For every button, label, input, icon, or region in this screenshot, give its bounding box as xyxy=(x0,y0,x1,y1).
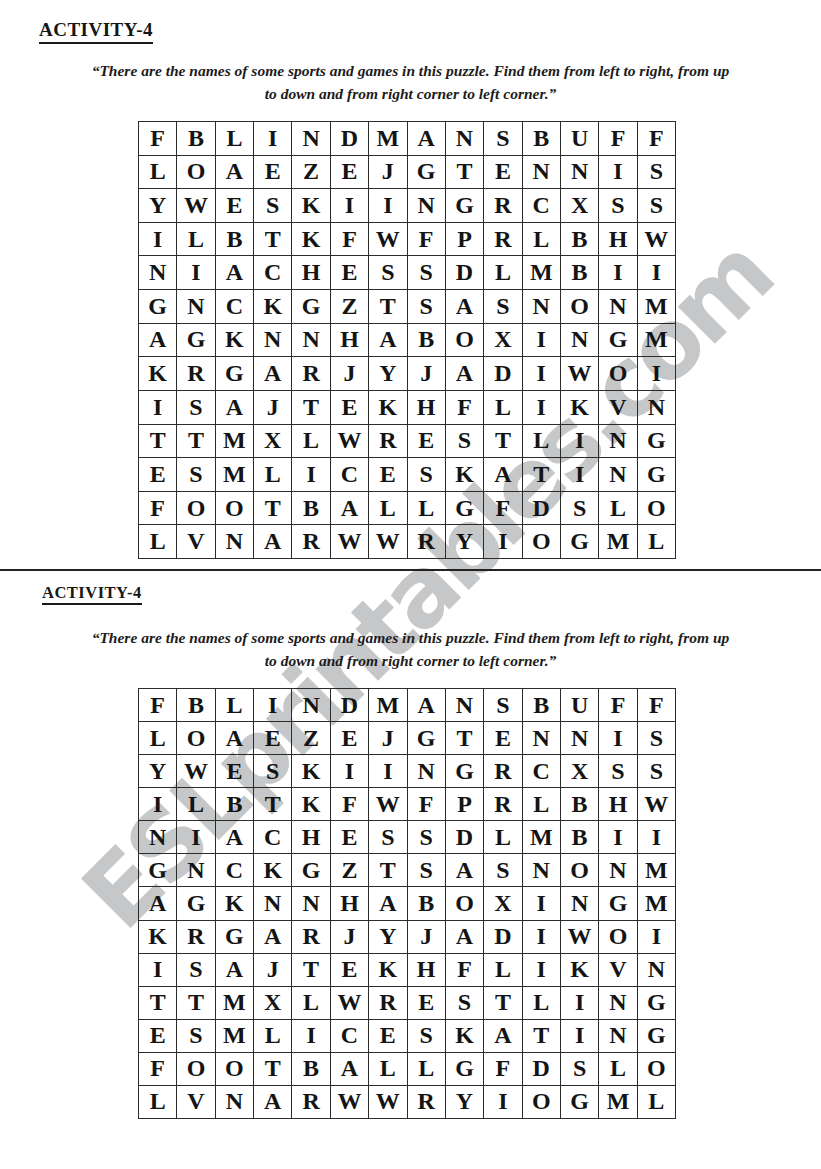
grid-cell-r10c10: T xyxy=(484,987,522,1020)
grid-cell-r12c2: O xyxy=(177,1053,215,1086)
grid-cell-r6c13: N xyxy=(599,290,637,324)
grid-cell-r8c7: Y xyxy=(369,921,407,954)
grid-cell-r1c6: D xyxy=(331,689,369,722)
grid-cell-r5c3: A xyxy=(216,256,254,290)
grid-cell-r3c10: R xyxy=(484,755,522,788)
grid-cell-r2c9: T xyxy=(446,156,484,190)
grid-cell-r6c11: N xyxy=(523,854,561,887)
grid-cell-r3c13: S xyxy=(599,189,637,223)
grid-cell-r12c2: O xyxy=(177,492,215,526)
grid-cell-r11c11: T xyxy=(523,1020,561,1053)
grid-cell-r12c1: F xyxy=(139,1053,177,1086)
grid-cell-r9c6: E xyxy=(331,391,369,425)
grid-cell-r10c8: E xyxy=(408,425,446,459)
grid-cell-r4c5: K xyxy=(292,788,330,821)
grid-cell-r11c1: E xyxy=(139,458,177,492)
grid-cell-r13c8: R xyxy=(408,525,446,559)
grid-cell-r9c2: S xyxy=(177,391,215,425)
grid-cell-r7c14: M xyxy=(638,887,676,920)
grid-cell-r11c11: T xyxy=(523,458,561,492)
grid-cell-r8c14: I xyxy=(638,357,676,391)
grid-cell-r8c12: W xyxy=(561,921,599,954)
instructions-2-line1: “There are the names of some sports and … xyxy=(0,626,821,649)
grid-cell-r6c1: G xyxy=(139,290,177,324)
grid-cell-r9c4: J xyxy=(254,391,292,425)
activity-title-1: ACTIVITY-4 xyxy=(39,20,153,44)
grid-cell-r4c12: B xyxy=(561,223,599,257)
grid-cell-r9c4: J xyxy=(254,954,292,987)
grid-cell-r10c14: G xyxy=(638,425,676,459)
grid-cell-r6c1: G xyxy=(139,854,177,887)
grid-cell-r11c13: N xyxy=(599,458,637,492)
grid-cell-r7c4: N xyxy=(254,324,292,358)
grid-cell-r1c10: S xyxy=(484,689,522,722)
grid-cell-r2c14: S xyxy=(638,156,676,190)
grid-cell-r7c8: B xyxy=(408,324,446,358)
grid-cell-r1c4: I xyxy=(254,122,292,156)
grid-cell-r4c12: B xyxy=(561,788,599,821)
grid-cell-r12c7: L xyxy=(369,492,407,526)
grid-cell-r10c12: I xyxy=(561,425,599,459)
grid-cell-r12c3: O xyxy=(216,1053,254,1086)
grid-cell-r11c14: G xyxy=(638,1020,676,1053)
grid-cell-r4c6: F xyxy=(331,223,369,257)
grid-cell-r6c10: S xyxy=(484,854,522,887)
grid-cell-r1c8: A xyxy=(408,122,446,156)
grid-cell-r5c4: C xyxy=(254,256,292,290)
grid-cell-r5c7: S xyxy=(369,821,407,854)
grid-cell-r8c2: R xyxy=(177,921,215,954)
grid-cell-r5c9: D xyxy=(446,821,484,854)
grid-cell-r2c3: A xyxy=(216,722,254,755)
grid-cell-r8c4: A xyxy=(254,921,292,954)
grid-cell-r13c7: W xyxy=(369,525,407,559)
grid-cell-r10c11: L xyxy=(523,987,561,1020)
grid-cell-r3c9: G xyxy=(446,189,484,223)
grid-cell-r1c6: D xyxy=(331,122,369,156)
grid-cell-r13c1: L xyxy=(139,525,177,559)
grid-cell-r13c14: L xyxy=(638,525,676,559)
grid-cell-r9c12: K xyxy=(561,391,599,425)
grid-cell-r13c9: Y xyxy=(446,1086,484,1119)
grid-cell-r12c14: O xyxy=(638,492,676,526)
grid-cell-r3c8: N xyxy=(408,189,446,223)
grid-cell-r7c2: G xyxy=(177,887,215,920)
grid-cell-r4c4: T xyxy=(254,223,292,257)
grid-cell-r9c12: K xyxy=(561,954,599,987)
grid-cell-r9c10: L xyxy=(484,391,522,425)
grid-cell-r12c12: S xyxy=(561,1053,599,1086)
grid-cell-r6c7: T xyxy=(369,290,407,324)
grid-cell-r8c14: I xyxy=(638,921,676,954)
page-divider-line xyxy=(0,569,821,571)
grid-cell-r7c6: H xyxy=(331,324,369,358)
grid-cell-r8c11: I xyxy=(523,357,561,391)
grid-cell-r6c14: M xyxy=(638,854,676,887)
grid-cell-r6c4: K xyxy=(254,854,292,887)
grid-cell-r10c2: T xyxy=(177,987,215,1020)
grid-cell-r1c13: F xyxy=(599,122,637,156)
grid-cell-r6c8: S xyxy=(408,290,446,324)
grid-cell-r10c11: L xyxy=(523,425,561,459)
grid-cell-r1c7: M xyxy=(369,689,407,722)
instructions-1-line1: “There are the names of some sports and … xyxy=(0,59,821,82)
grid-cell-r11c6: C xyxy=(331,1020,369,1053)
grid-cell-r3c4: S xyxy=(254,755,292,788)
grid-cell-r13c4: A xyxy=(254,1086,292,1119)
grid-cell-r12c6: A xyxy=(331,492,369,526)
grid-cell-r8c3: G xyxy=(216,921,254,954)
grid-cell-r4c10: R xyxy=(484,788,522,821)
grid-cell-r13c1: L xyxy=(139,1086,177,1119)
grid-cell-r3c4: S xyxy=(254,189,292,223)
grid-cell-r4c11: L xyxy=(523,223,561,257)
grid-cell-r7c9: O xyxy=(446,887,484,920)
grid-cell-r3c3: E xyxy=(216,755,254,788)
grid-cell-r1c5: N xyxy=(292,689,330,722)
grid-cell-r11c2: S xyxy=(177,458,215,492)
grid-cell-r4c6: F xyxy=(331,788,369,821)
grid-cell-r2c10: E xyxy=(484,156,522,190)
grid-cell-r7c2: G xyxy=(177,324,215,358)
grid-cell-r5c1: N xyxy=(139,256,177,290)
grid-cell-r1c7: M xyxy=(369,122,407,156)
grid-cell-r12c13: L xyxy=(599,492,637,526)
grid-cell-r8c3: G xyxy=(216,357,254,391)
grid-cell-r3c7: I xyxy=(369,189,407,223)
grid-cell-r9c14: N xyxy=(638,954,676,987)
grid-cell-r6c5: G xyxy=(292,290,330,324)
word-search-grid-1: FBLINDMANSBUFFLOAEZEJGTENNISYWESKIINGRCX… xyxy=(138,121,676,559)
grid-cell-r7c6: H xyxy=(331,887,369,920)
instructions-1: “There are the names of some sports and … xyxy=(0,59,821,105)
grid-cell-r6c14: M xyxy=(638,290,676,324)
grid-cell-r13c3: N xyxy=(216,1086,254,1119)
grid-cell-r6c11: N xyxy=(523,290,561,324)
grid-cell-r10c3: M xyxy=(216,425,254,459)
grid-cell-r1c3: L xyxy=(216,689,254,722)
grid-cell-r4c2: L xyxy=(177,788,215,821)
grid-cell-r5c8: S xyxy=(408,256,446,290)
grid-cell-r5c11: M xyxy=(523,256,561,290)
grid-cell-r6c6: Z xyxy=(331,854,369,887)
grid-cell-r10c7: R xyxy=(369,425,407,459)
grid-cell-r10c10: T xyxy=(484,425,522,459)
grid-cell-r4c11: L xyxy=(523,788,561,821)
grid-cell-r2c14: S xyxy=(638,722,676,755)
grid-cell-r11c9: K xyxy=(446,458,484,492)
grid-cell-r7c7: A xyxy=(369,887,407,920)
grid-cell-r2c3: A xyxy=(216,156,254,190)
grid-cell-r9c14: N xyxy=(638,391,676,425)
grid-cell-r3c2: W xyxy=(177,189,215,223)
grid-cell-r12c6: A xyxy=(331,1053,369,1086)
grid-cell-r3c3: E xyxy=(216,189,254,223)
grid-cell-r9c1: I xyxy=(139,391,177,425)
grid-cell-r11c9: K xyxy=(446,1020,484,1053)
grid-cell-r12c9: G xyxy=(446,1053,484,1086)
grid-cell-r10c9: S xyxy=(446,425,484,459)
grid-cell-r1c11: B xyxy=(523,689,561,722)
grid-cell-r9c11: I xyxy=(523,954,561,987)
grid-cell-r10c5: L xyxy=(292,987,330,1020)
grid-cell-r13c13: M xyxy=(599,1086,637,1119)
grid-cell-r12c12: S xyxy=(561,492,599,526)
grid-cell-r7c3: K xyxy=(216,324,254,358)
grid-cell-r1c12: U xyxy=(561,122,599,156)
grid-cell-r13c9: Y xyxy=(446,525,484,559)
grid-cell-r8c10: D xyxy=(484,921,522,954)
grid-cell-r5c4: C xyxy=(254,821,292,854)
grid-cell-r2c8: G xyxy=(408,156,446,190)
grid-cell-r5c12: B xyxy=(561,256,599,290)
grid-cell-r1c2: B xyxy=(177,122,215,156)
grid-cell-r1c13: F xyxy=(599,689,637,722)
grid-cell-r3c5: K xyxy=(292,755,330,788)
grid-cell-r10c13: N xyxy=(599,987,637,1020)
grid-cell-r4c9: P xyxy=(446,788,484,821)
grid-cell-r6c10: S xyxy=(484,290,522,324)
grid-cell-r3c6: I xyxy=(331,189,369,223)
grid-cell-r3c11: C xyxy=(523,755,561,788)
grid-cell-r1c10: S xyxy=(484,122,522,156)
grid-cell-r2c5: Z xyxy=(292,722,330,755)
grid-cell-r10c1: T xyxy=(139,425,177,459)
grid-cell-r1c14: F xyxy=(638,122,676,156)
grid-cell-r4c14: W xyxy=(638,223,676,257)
grid-cell-r1c14: F xyxy=(638,689,676,722)
grid-cell-r12c14: O xyxy=(638,1053,676,1086)
grid-cell-r5c12: B xyxy=(561,821,599,854)
grid-cell-r1c4: I xyxy=(254,689,292,722)
grid-cell-r8c1: K xyxy=(139,921,177,954)
grid-cell-r13c2: V xyxy=(177,525,215,559)
grid-cell-r10c9: S xyxy=(446,987,484,1020)
grid-cell-r8c6: J xyxy=(331,921,369,954)
grid-cell-r1c9: N xyxy=(446,689,484,722)
worksheet-page: ESLprintables.com ACTIVITY-4 “There are … xyxy=(0,0,821,1169)
grid-cell-r8c13: O xyxy=(599,921,637,954)
grid-cell-r7c1: A xyxy=(139,324,177,358)
grid-cell-r8c9: A xyxy=(446,357,484,391)
grid-cell-r1c3: L xyxy=(216,122,254,156)
grid-cell-r12c13: L xyxy=(599,1053,637,1086)
grid-cell-r8c4: A xyxy=(254,357,292,391)
grid-cell-r8c8: J xyxy=(408,357,446,391)
grid-cell-r7c8: B xyxy=(408,887,446,920)
grid-cell-r1c2: B xyxy=(177,689,215,722)
grid-cell-r4c3: B xyxy=(216,788,254,821)
grid-cell-r13c12: G xyxy=(561,525,599,559)
word-search-grid-2: FBLINDMANSBUFFLOAEZEJGTENNISYWESKIINGRCX… xyxy=(138,688,676,1119)
grid-cell-r4c10: R xyxy=(484,223,522,257)
grid-cell-r6c3: C xyxy=(216,290,254,324)
grid-cell-r11c12: I xyxy=(561,458,599,492)
grid-cell-r12c4: T xyxy=(254,1053,292,1086)
grid-cell-r8c9: A xyxy=(446,921,484,954)
grid-cell-r11c4: L xyxy=(254,1020,292,1053)
grid-cell-r8c1: K xyxy=(139,357,177,391)
grid-cell-r10c6: W xyxy=(331,425,369,459)
grid-cell-r8c12: W xyxy=(561,357,599,391)
grid-cell-r6c6: Z xyxy=(331,290,369,324)
grid-cell-r9c5: T xyxy=(292,954,330,987)
grid-cell-r12c5: B xyxy=(292,492,330,526)
grid-cell-r11c10: A xyxy=(484,1020,522,1053)
grid-cell-r2c6: E xyxy=(331,722,369,755)
grid-cell-r12c7: L xyxy=(369,1053,407,1086)
grid-cell-r5c14: I xyxy=(638,256,676,290)
grid-cell-r6c8: S xyxy=(408,854,446,887)
grid-cell-r6c5: G xyxy=(292,854,330,887)
grid-cell-r9c1: I xyxy=(139,954,177,987)
grid-cell-r9c3: A xyxy=(216,391,254,425)
grid-cell-r4c5: K xyxy=(292,223,330,257)
grid-cell-r2c1: L xyxy=(139,156,177,190)
grid-cell-r13c10: I xyxy=(484,1086,522,1119)
grid-cell-r13c7: W xyxy=(369,1086,407,1119)
grid-cell-r7c9: O xyxy=(446,324,484,358)
grid-cell-r1c1: F xyxy=(139,689,177,722)
grid-cell-r7c5: N xyxy=(292,324,330,358)
grid-cell-r4c7: W xyxy=(369,223,407,257)
grid-cell-r6c2: N xyxy=(177,290,215,324)
grid-cell-r13c13: M xyxy=(599,525,637,559)
grid-cell-r9c10: L xyxy=(484,954,522,987)
grid-cell-r9c13: V xyxy=(599,954,637,987)
grid-cell-r7c5: N xyxy=(292,887,330,920)
grid-cell-r11c10: A xyxy=(484,458,522,492)
instructions-1-line2: to down and from right corner to left co… xyxy=(0,82,821,105)
grid-cell-r13c5: R xyxy=(292,1086,330,1119)
grid-cell-r3c8: N xyxy=(408,755,446,788)
grid-cell-r5c10: L xyxy=(484,256,522,290)
grid-cell-r2c2: O xyxy=(177,156,215,190)
grid-cell-r3c10: R xyxy=(484,189,522,223)
grid-cell-r3c7: I xyxy=(369,755,407,788)
grid-cell-r5c11: M xyxy=(523,821,561,854)
grid-cell-r9c3: A xyxy=(216,954,254,987)
grid-cell-r2c2: O xyxy=(177,722,215,755)
grid-cell-r9c9: F xyxy=(446,391,484,425)
grid-cell-r1c9: N xyxy=(446,122,484,156)
grid-cell-r13c6: W xyxy=(331,1086,369,1119)
grid-cell-r9c5: T xyxy=(292,391,330,425)
grid-cell-r8c8: J xyxy=(408,921,446,954)
grid-cell-r9c9: F xyxy=(446,954,484,987)
grid-cell-r13c3: N xyxy=(216,525,254,559)
grid-cell-r11c6: C xyxy=(331,458,369,492)
grid-cell-r4c9: P xyxy=(446,223,484,257)
grid-cell-r9c6: E xyxy=(331,954,369,987)
grid-cell-r5c6: E xyxy=(331,821,369,854)
grid-cell-r11c7: E xyxy=(369,458,407,492)
grid-cell-r9c7: K xyxy=(369,954,407,987)
grid-cell-r6c12: O xyxy=(561,854,599,887)
grid-cell-r4c8: F xyxy=(408,788,446,821)
grid-cell-r8c5: R xyxy=(292,357,330,391)
grid-cell-r12c5: B xyxy=(292,1053,330,1086)
grid-cell-r7c10: X xyxy=(484,324,522,358)
grid-cell-r10c7: R xyxy=(369,987,407,1020)
grid-cell-r11c4: L xyxy=(254,458,292,492)
grid-cell-r11c2: S xyxy=(177,1020,215,1053)
grid-cell-r11c14: G xyxy=(638,458,676,492)
grid-cell-r4c4: T xyxy=(254,788,292,821)
grid-cell-r10c8: E xyxy=(408,987,446,1020)
grid-cell-r4c3: B xyxy=(216,223,254,257)
grid-cell-r5c8: S xyxy=(408,821,446,854)
grid-cell-r7c11: I xyxy=(523,887,561,920)
grid-cell-r9c2: S xyxy=(177,954,215,987)
grid-cell-r3c5: K xyxy=(292,189,330,223)
grid-cell-r12c8: L xyxy=(408,492,446,526)
grid-cell-r11c1: E xyxy=(139,1020,177,1053)
grid-cell-r13c12: G xyxy=(561,1086,599,1119)
grid-cell-r1c11: B xyxy=(523,122,561,156)
grid-cell-r7c12: N xyxy=(561,324,599,358)
grid-cell-r10c1: T xyxy=(139,987,177,1020)
grid-cell-r8c11: I xyxy=(523,921,561,954)
grid-cell-r5c5: H xyxy=(292,821,330,854)
grid-cell-r12c10: F xyxy=(484,492,522,526)
grid-cell-r4c13: H xyxy=(599,223,637,257)
grid-cell-r2c11: N xyxy=(523,156,561,190)
grid-cell-r2c12: N xyxy=(561,156,599,190)
grid-cell-r5c2: I xyxy=(177,821,215,854)
grid-cell-r4c14: W xyxy=(638,788,676,821)
grid-cell-r6c13: N xyxy=(599,854,637,887)
grid-cell-r3c14: S xyxy=(638,189,676,223)
grid-cell-r3c13: S xyxy=(599,755,637,788)
grid-cell-r6c4: K xyxy=(254,290,292,324)
grid-cell-r2c7: J xyxy=(369,156,407,190)
grid-cell-r12c1: F xyxy=(139,492,177,526)
grid-cell-r6c9: A xyxy=(446,854,484,887)
grid-cell-r6c9: A xyxy=(446,290,484,324)
grid-cell-r3c2: W xyxy=(177,755,215,788)
grid-cell-r13c2: V xyxy=(177,1086,215,1119)
grid-cell-r7c4: N xyxy=(254,887,292,920)
grid-cell-r7c7: A xyxy=(369,324,407,358)
grid-cell-r2c7: J xyxy=(369,722,407,755)
grid-cell-r2c6: E xyxy=(331,156,369,190)
grid-cell-r5c2: I xyxy=(177,256,215,290)
grid-cell-r5c10: L xyxy=(484,821,522,854)
grid-cell-r7c11: I xyxy=(523,324,561,358)
grid-cell-r8c6: J xyxy=(331,357,369,391)
grid-cell-r11c7: E xyxy=(369,1020,407,1053)
grid-cell-r5c14: I xyxy=(638,821,676,854)
grid-cell-r7c3: K xyxy=(216,887,254,920)
grid-cell-r7c10: X xyxy=(484,887,522,920)
grid-cell-r6c12: O xyxy=(561,290,599,324)
instructions-2-line2: to down and from right corner to left co… xyxy=(0,649,821,672)
grid-cell-r2c5: Z xyxy=(292,156,330,190)
grid-cell-r9c8: H xyxy=(408,391,446,425)
instructions-2: “There are the names of some sports and … xyxy=(0,626,821,672)
grid-cell-r10c4: X xyxy=(254,987,292,1020)
grid-cell-r5c7: S xyxy=(369,256,407,290)
grid-cell-r10c14: G xyxy=(638,987,676,1020)
grid-cell-r13c6: W xyxy=(331,525,369,559)
grid-cell-r3c11: C xyxy=(523,189,561,223)
grid-cell-r1c12: U xyxy=(561,689,599,722)
content-layer: ACTIVITY-4 “There are the names of some … xyxy=(0,0,821,1169)
grid-cell-r3c6: I xyxy=(331,755,369,788)
grid-cell-r5c13: I xyxy=(599,821,637,854)
grid-cell-r5c1: N xyxy=(139,821,177,854)
